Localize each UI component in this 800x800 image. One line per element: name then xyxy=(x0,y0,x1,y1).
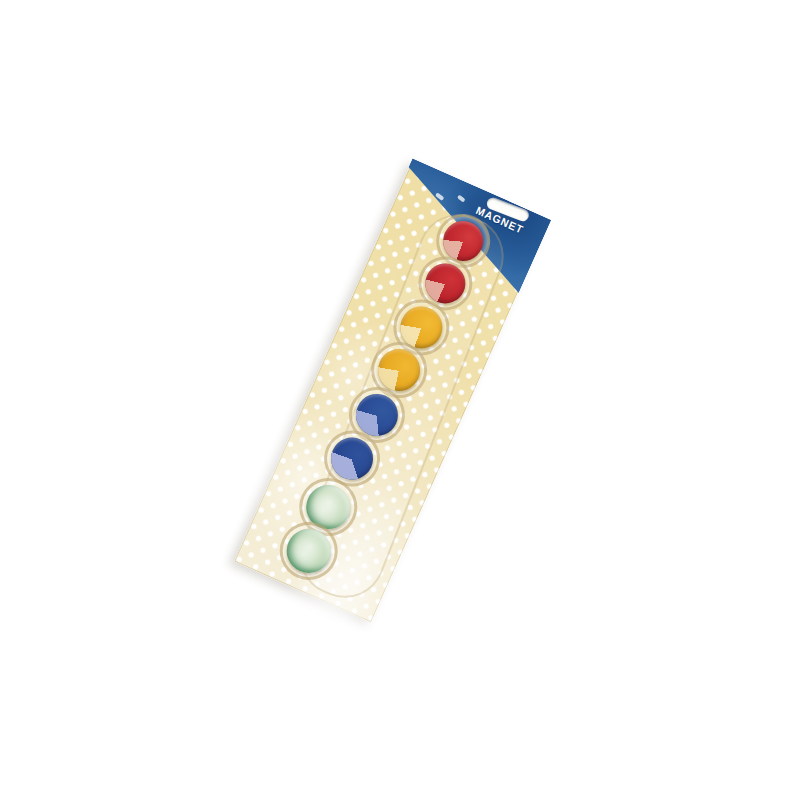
magnet-column xyxy=(234,160,550,623)
product-photo: MAGNET xyxy=(0,0,800,800)
magnet-blister-pack: MAGNET xyxy=(234,160,550,623)
